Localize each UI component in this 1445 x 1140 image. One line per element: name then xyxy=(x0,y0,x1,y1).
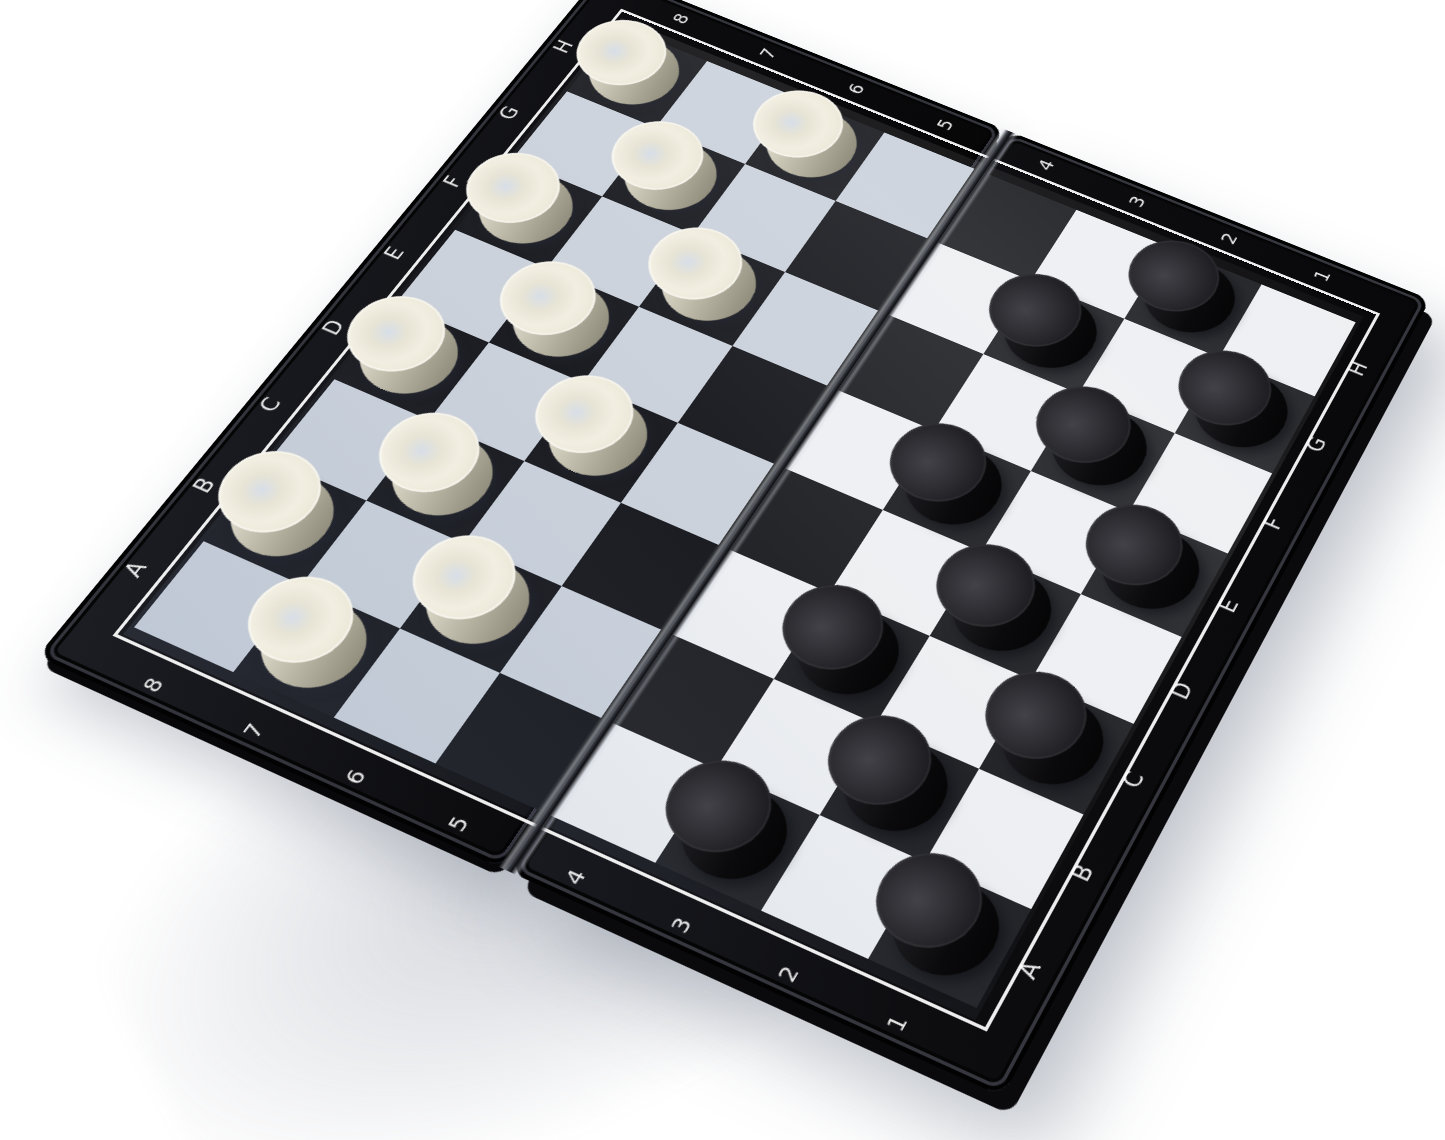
product-photo-scene: ABCDEFGHABCDEFGH8765432187654321 xyxy=(0,0,1445,1140)
